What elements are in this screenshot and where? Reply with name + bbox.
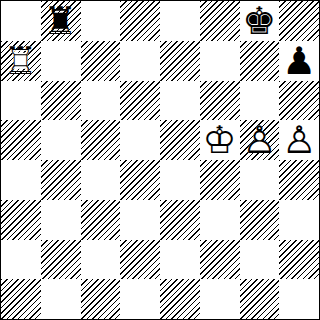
square-a6[interactable] (1, 81, 41, 121)
square-b3[interactable] (41, 200, 81, 240)
square-d8[interactable] (120, 1, 160, 41)
square-f4[interactable] (200, 160, 240, 200)
square-f7[interactable] (200, 41, 240, 81)
white-rook-icon: ♖ (1, 41, 41, 81)
square-a2[interactable] (1, 240, 41, 280)
square-h1[interactable] (279, 279, 319, 319)
square-a5[interactable] (1, 120, 41, 160)
square-e5[interactable] (160, 120, 200, 160)
square-d1[interactable] (120, 279, 160, 319)
square-c5[interactable] (81, 120, 121, 160)
black-king-icon: ♚ (240, 1, 280, 41)
square-g4[interactable] (240, 160, 280, 200)
square-e8[interactable] (160, 1, 200, 41)
black-pawn-icon: ♟ (279, 41, 319, 81)
square-e6[interactable] (160, 81, 200, 121)
piece-black-rook[interactable]: ♜ (41, 1, 81, 41)
white-king-icon: ♔ (200, 120, 240, 160)
square-b7[interactable] (41, 41, 81, 81)
square-b4[interactable] (41, 160, 81, 200)
white-pawn-icon: ♙ (240, 120, 280, 160)
square-b2[interactable] (41, 240, 81, 280)
piece-white-pawn[interactable]: ♟♙ (240, 120, 280, 160)
square-a1[interactable] (1, 279, 41, 319)
square-e7[interactable] (160, 41, 200, 81)
black-rook-icon: ♜ (41, 1, 81, 41)
square-f1[interactable] (200, 279, 240, 319)
square-c8[interactable] (81, 1, 121, 41)
square-g8[interactable]: ♚ (240, 1, 280, 41)
square-b1[interactable] (41, 279, 81, 319)
square-b6[interactable] (41, 81, 81, 121)
square-d7[interactable] (120, 41, 160, 81)
square-c3[interactable] (81, 200, 121, 240)
square-e4[interactable] (160, 160, 200, 200)
square-c4[interactable] (81, 160, 121, 200)
square-f6[interactable] (200, 81, 240, 121)
square-b5[interactable] (41, 120, 81, 160)
piece-white-pawn[interactable]: ♟♙ (279, 120, 319, 160)
square-g7[interactable] (240, 41, 280, 81)
square-d2[interactable] (120, 240, 160, 280)
square-h4[interactable] (279, 160, 319, 200)
square-h3[interactable] (279, 200, 319, 240)
square-h7[interactable]: ♟ (279, 41, 319, 81)
square-g5[interactable]: ♟♙ (240, 120, 280, 160)
square-a3[interactable] (1, 200, 41, 240)
square-c6[interactable] (81, 81, 121, 121)
chess-board: ♜♚♜♖♟♚♔♟♙♟♙ (0, 0, 320, 320)
square-a7[interactable]: ♜♖ (1, 41, 41, 81)
square-c1[interactable] (81, 279, 121, 319)
square-d6[interactable] (120, 81, 160, 121)
square-f3[interactable] (200, 200, 240, 240)
square-g6[interactable] (240, 81, 280, 121)
square-c7[interactable] (81, 41, 121, 81)
piece-white-rook[interactable]: ♜♖ (1, 41, 41, 81)
square-g3[interactable] (240, 200, 280, 240)
square-a4[interactable] (1, 160, 41, 200)
square-h5[interactable]: ♟♙ (279, 120, 319, 160)
square-f8[interactable] (200, 1, 240, 41)
square-f5[interactable]: ♚♔ (200, 120, 240, 160)
piece-black-pawn[interactable]: ♟ (279, 41, 319, 81)
square-h8[interactable] (279, 1, 319, 41)
square-h6[interactable] (279, 81, 319, 121)
square-d3[interactable] (120, 200, 160, 240)
square-g2[interactable] (240, 240, 280, 280)
piece-white-king[interactable]: ♚♔ (200, 120, 240, 160)
piece-black-king[interactable]: ♚ (240, 1, 280, 41)
square-e1[interactable] (160, 279, 200, 319)
square-a8[interactable] (1, 1, 41, 41)
white-pawn-icon: ♙ (279, 120, 319, 160)
square-d4[interactable] (120, 160, 160, 200)
square-h2[interactable] (279, 240, 319, 280)
square-e3[interactable] (160, 200, 200, 240)
square-b8[interactable]: ♜ (41, 1, 81, 41)
square-f2[interactable] (200, 240, 240, 280)
square-g1[interactable] (240, 279, 280, 319)
square-c2[interactable] (81, 240, 121, 280)
square-d5[interactable] (120, 120, 160, 160)
square-e2[interactable] (160, 240, 200, 280)
